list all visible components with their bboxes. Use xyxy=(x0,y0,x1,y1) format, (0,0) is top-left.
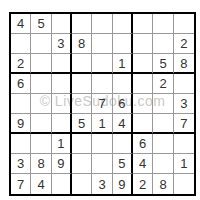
sudoku-cell-r1c5[interactable] xyxy=(92,14,112,34)
sudoku-cell-r8c1[interactable]: 3 xyxy=(11,154,31,174)
sudoku-cell-r2c5[interactable] xyxy=(92,34,112,54)
sudoku-cell-r1c4[interactable] xyxy=(72,14,92,34)
sudoku-cell-r6c5[interactable]: 1 xyxy=(92,114,112,134)
sudoku-cell-r4c5[interactable] xyxy=(92,74,112,94)
sudoku-cell-r8c7[interactable]: 4 xyxy=(133,154,153,174)
sudoku-cell-r4c1[interactable]: 6 xyxy=(11,74,31,94)
sudoku-cell-r5c3[interactable] xyxy=(52,94,72,114)
sudoku-cell-r9c7[interactable]: 2 xyxy=(133,174,153,194)
sudoku-cell-r1c1[interactable]: 4 xyxy=(11,14,31,34)
sudoku-cell-r5c5[interactable]: 7 xyxy=(92,94,112,114)
sudoku-cell-r7c5[interactable] xyxy=(92,134,112,154)
sudoku-cell-r1c8[interactable] xyxy=(153,14,173,34)
sudoku-cell-r9c2[interactable]: 4 xyxy=(31,174,51,194)
sudoku-cell-r3c9[interactable]: 8 xyxy=(174,54,194,74)
sudoku-cell-r8c6[interactable]: 5 xyxy=(113,154,133,174)
sudoku-cell-r6c7[interactable] xyxy=(133,114,153,134)
sudoku-cell-r4c3[interactable] xyxy=(52,74,72,94)
sudoku-cell-r9c3[interactable] xyxy=(52,174,72,194)
sudoku-cell-r1c6[interactable] xyxy=(113,14,133,34)
sudoku-cell-r8c8[interactable] xyxy=(153,154,173,174)
sudoku-cell-r3c1[interactable]: 2 xyxy=(11,54,31,74)
sudoku-cell-r9c6[interactable]: 9 xyxy=(113,174,133,194)
sudoku-cell-r3c7[interactable] xyxy=(133,54,153,74)
sudoku-cell-r3c4[interactable] xyxy=(72,54,92,74)
sudoku-cell-r9c9[interactable] xyxy=(174,174,194,194)
sudoku-cell-r1c9[interactable] xyxy=(174,14,194,34)
sudoku-page: © LiveSudoku.com 45382215862763951471638… xyxy=(0,0,200,200)
sudoku-cell-r8c5[interactable] xyxy=(92,154,112,174)
sudoku-cell-r2c8[interactable] xyxy=(153,34,173,54)
sudoku-cell-r5c1[interactable] xyxy=(11,94,31,114)
sudoku-cell-r5c4[interactable] xyxy=(72,94,92,114)
sudoku-cell-r2c7[interactable] xyxy=(133,34,153,54)
sudoku-cell-r7c8[interactable] xyxy=(153,134,173,154)
sudoku-cell-r5c6[interactable]: 6 xyxy=(113,94,133,114)
sudoku-cell-r4c2[interactable] xyxy=(31,74,51,94)
sudoku-cell-r5c8[interactable] xyxy=(153,94,173,114)
sudoku-cell-r1c7[interactable] xyxy=(133,14,153,34)
sudoku-cell-r6c9[interactable]: 7 xyxy=(174,114,194,134)
sudoku-cell-r7c4[interactable] xyxy=(72,134,92,154)
sudoku-cell-r4c8[interactable]: 2 xyxy=(153,74,173,94)
sudoku-cell-r7c1[interactable] xyxy=(11,134,31,154)
sudoku-cell-r3c2[interactable] xyxy=(31,54,51,74)
sudoku-cell-r7c9[interactable] xyxy=(174,134,194,154)
sudoku-cell-r9c5[interactable]: 3 xyxy=(92,174,112,194)
sudoku-cell-r8c2[interactable]: 8 xyxy=(31,154,51,174)
sudoku-cell-r6c1[interactable]: 9 xyxy=(11,114,31,134)
sudoku-cell-r3c8[interactable]: 5 xyxy=(153,54,173,74)
sudoku-cell-r4c7[interactable] xyxy=(133,74,153,94)
sudoku-cell-r2c1[interactable] xyxy=(11,34,31,54)
sudoku-cell-r6c2[interactable] xyxy=(31,114,51,134)
sudoku-cell-r3c5[interactable] xyxy=(92,54,112,74)
sudoku-cell-r7c7[interactable]: 6 xyxy=(133,134,153,154)
sudoku-cell-r1c3[interactable] xyxy=(52,14,72,34)
sudoku-cell-r4c9[interactable] xyxy=(174,74,194,94)
sudoku-cell-r8c4[interactable] xyxy=(72,154,92,174)
sudoku-cell-r5c9[interactable]: 3 xyxy=(174,94,194,114)
sudoku-cell-r9c8[interactable]: 8 xyxy=(153,174,173,194)
sudoku-board: © LiveSudoku.com 45382215862763951471638… xyxy=(9,12,196,196)
sudoku-cell-r3c3[interactable] xyxy=(52,54,72,74)
sudoku-cell-r2c6[interactable] xyxy=(113,34,133,54)
sudoku-cell-r6c3[interactable] xyxy=(52,114,72,134)
sudoku-cell-r4c4[interactable] xyxy=(72,74,92,94)
sudoku-cell-r7c6[interactable] xyxy=(113,134,133,154)
sudoku-cell-r8c3[interactable]: 9 xyxy=(52,154,72,174)
sudoku-cell-r2c4[interactable]: 8 xyxy=(72,34,92,54)
sudoku-cell-r5c7[interactable] xyxy=(133,94,153,114)
sudoku-cell-r9c4[interactable] xyxy=(72,174,92,194)
sudoku-cell-r8c9[interactable]: 1 xyxy=(174,154,194,174)
sudoku-cell-r2c3[interactable]: 3 xyxy=(52,34,72,54)
sudoku-cell-r6c8[interactable] xyxy=(153,114,173,134)
sudoku-cell-r3c6[interactable]: 1 xyxy=(113,54,133,74)
sudoku-cell-r7c3[interactable]: 1 xyxy=(52,134,72,154)
sudoku-cell-r9c1[interactable]: 7 xyxy=(11,174,31,194)
sudoku-cell-r2c2[interactable] xyxy=(31,34,51,54)
sudoku-cell-r2c9[interactable]: 2 xyxy=(174,34,194,54)
sudoku-cell-r6c6[interactable]: 4 xyxy=(113,114,133,134)
sudoku-cell-r4c6[interactable] xyxy=(113,74,133,94)
sudoku-cell-r1c2[interactable]: 5 xyxy=(31,14,51,34)
sudoku-cell-r5c2[interactable] xyxy=(31,94,51,114)
sudoku-cell-r7c2[interactable] xyxy=(31,134,51,154)
sudoku-cell-r6c4[interactable]: 5 xyxy=(72,114,92,134)
